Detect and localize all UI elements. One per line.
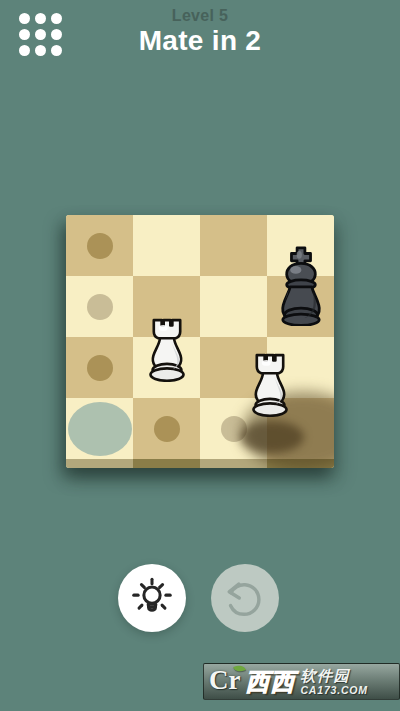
selected-square-highlight-a1 xyxy=(68,402,132,456)
level-label: Level 5 xyxy=(0,7,400,25)
move-dot-a4[interactable] xyxy=(87,233,113,259)
white-rook-b2[interactable] xyxy=(142,316,192,382)
undo-arrow-icon xyxy=(222,575,268,621)
move-dot-a3[interactable] xyxy=(87,294,113,320)
white-rook-dragging-d1[interactable] xyxy=(245,351,295,417)
hint-button[interactable] xyxy=(118,564,186,632)
lightbulb-icon xyxy=(129,575,175,621)
square-c4[interactable] xyxy=(200,215,267,276)
move-dot-a2[interactable] xyxy=(87,355,113,381)
square-c3[interactable] xyxy=(200,276,267,337)
black-king-d3[interactable] xyxy=(275,246,327,326)
watermark-site-name-cn: 西西 xyxy=(245,670,295,694)
drag-piece-shadow xyxy=(240,421,304,453)
page-title: Mate in 2 xyxy=(0,25,400,57)
square-b4[interactable] xyxy=(133,215,200,276)
watermark-banner: Cr 西西 软件园 CA173.COM xyxy=(203,663,400,700)
watermark-logo: Cr xyxy=(209,667,240,694)
board-front-edge xyxy=(66,459,133,468)
watermark-site-suffix: 软件园 xyxy=(300,668,367,683)
board-front-edge xyxy=(133,459,200,468)
app-screen: Level 5 Mate in 2 xyxy=(0,0,400,711)
move-dot-b1[interactable] xyxy=(154,416,180,442)
watermark-domain: CA173.COM xyxy=(300,685,367,696)
board-front-edge xyxy=(200,459,267,468)
chess-board[interactable] xyxy=(66,215,334,468)
undo-button[interactable] xyxy=(211,564,279,632)
